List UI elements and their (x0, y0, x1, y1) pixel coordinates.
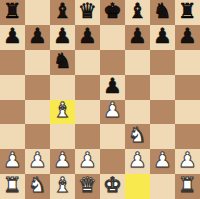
square-c4[interactable]: ♝ (50, 100, 75, 125)
square-a6[interactable] (0, 50, 25, 75)
square-g3[interactable] (150, 124, 175, 149)
square-h1[interactable]: ♜ (175, 174, 200, 199)
black-pawn: ♟ (78, 26, 97, 47)
square-b3[interactable] (25, 124, 50, 149)
square-h2[interactable]: ♟ (175, 149, 200, 174)
square-d1[interactable]: ♛ (75, 174, 100, 199)
black-king: ♚ (103, 1, 122, 22)
black-pawn: ♟ (103, 76, 122, 97)
square-g8[interactable]: ♞ (150, 0, 175, 25)
white-queen: ♛ (78, 175, 97, 196)
white-knight: ♞ (128, 125, 147, 146)
square-c8[interactable]: ♝ (50, 0, 75, 25)
square-e3[interactable] (100, 124, 125, 149)
square-b6[interactable] (25, 50, 50, 75)
square-a1[interactable]: ♜ (0, 174, 25, 199)
square-c7[interactable]: ♟ (50, 25, 75, 50)
square-d2[interactable]: ♟ (75, 149, 100, 174)
square-a2[interactable]: ♟ (0, 149, 25, 174)
square-f6[interactable] (125, 50, 150, 75)
square-e8[interactable]: ♚ (100, 0, 125, 25)
square-g4[interactable] (150, 100, 175, 125)
square-c3[interactable] (50, 124, 75, 149)
square-g7[interactable]: ♟ (150, 25, 175, 50)
white-bishop: ♝ (53, 175, 72, 196)
square-a7[interactable]: ♟ (0, 25, 25, 50)
square-d4[interactable] (75, 100, 100, 125)
black-knight: ♞ (153, 1, 172, 22)
square-c5[interactable] (50, 75, 75, 100)
white-pawn: ♟ (128, 150, 147, 171)
square-b4[interactable] (25, 100, 50, 125)
square-d8[interactable]: ♛ (75, 0, 100, 25)
square-h7[interactable]: ♟ (175, 25, 200, 50)
square-d3[interactable] (75, 124, 100, 149)
black-pawn: ♟ (153, 26, 172, 47)
square-h4[interactable] (175, 100, 200, 125)
square-h8[interactable]: ♜ (175, 0, 200, 25)
black-rook: ♜ (3, 1, 22, 22)
square-f1[interactable] (125, 174, 150, 199)
black-knight: ♞ (53, 51, 72, 72)
square-a5[interactable] (0, 75, 25, 100)
square-b7[interactable]: ♟ (25, 25, 50, 50)
square-e2[interactable] (100, 149, 125, 174)
white-rook: ♜ (3, 175, 22, 196)
square-d5[interactable] (75, 75, 100, 100)
square-b8[interactable] (25, 0, 50, 25)
black-rook: ♜ (178, 1, 197, 22)
square-e6[interactable] (100, 50, 125, 75)
square-f2[interactable]: ♟ (125, 149, 150, 174)
square-b1[interactable]: ♞ (25, 174, 50, 199)
square-d6[interactable] (75, 50, 100, 75)
black-bishop: ♝ (53, 1, 72, 22)
white-pawn: ♟ (53, 150, 72, 171)
white-bishop: ♝ (53, 100, 72, 121)
square-b5[interactable] (25, 75, 50, 100)
white-pawn: ♟ (78, 150, 97, 171)
white-knight: ♞ (28, 175, 47, 196)
square-h5[interactable] (175, 75, 200, 100)
white-pawn: ♟ (153, 150, 172, 171)
white-pawn: ♟ (103, 100, 122, 121)
square-g1[interactable] (150, 174, 175, 199)
square-g5[interactable] (150, 75, 175, 100)
square-e7[interactable] (100, 25, 125, 50)
square-d7[interactable]: ♟ (75, 25, 100, 50)
black-queen: ♛ (78, 1, 97, 22)
white-king: ♚ (103, 175, 122, 196)
black-pawn: ♟ (178, 26, 197, 47)
square-f4[interactable] (125, 100, 150, 125)
square-a3[interactable] (0, 124, 25, 149)
square-g6[interactable] (150, 50, 175, 75)
black-bishop: ♝ (128, 1, 147, 22)
square-g2[interactable]: ♟ (150, 149, 175, 174)
white-pawn: ♟ (28, 150, 47, 171)
black-pawn: ♟ (3, 26, 22, 47)
square-e5[interactable]: ♟ (100, 75, 125, 100)
square-f5[interactable] (125, 75, 150, 100)
square-e1[interactable]: ♚ (100, 174, 125, 199)
square-h3[interactable] (175, 124, 200, 149)
square-c1[interactable]: ♝ (50, 174, 75, 199)
square-b2[interactable]: ♟ (25, 149, 50, 174)
square-h6[interactable] (175, 50, 200, 75)
black-pawn: ♟ (128, 26, 147, 47)
square-f8[interactable]: ♝ (125, 0, 150, 25)
square-f3[interactable]: ♞ (125, 124, 150, 149)
square-a4[interactable] (0, 100, 25, 125)
square-e4[interactable]: ♟ (100, 100, 125, 125)
white-pawn: ♟ (3, 150, 22, 171)
chess-board: ♜♝♛♚♝♞♜♟♟♟♟♟♟♟♞♟♝♟♞♟♟♟♟♟♟♟♜♞♝♛♚♜ (0, 0, 200, 199)
square-c6[interactable]: ♞ (50, 50, 75, 75)
white-rook: ♜ (178, 175, 197, 196)
white-pawn: ♟ (178, 150, 197, 171)
square-a8[interactable]: ♜ (0, 0, 25, 25)
square-c2[interactable]: ♟ (50, 149, 75, 174)
black-pawn: ♟ (28, 26, 47, 47)
square-f7[interactable]: ♟ (125, 25, 150, 50)
black-pawn: ♟ (53, 26, 72, 47)
